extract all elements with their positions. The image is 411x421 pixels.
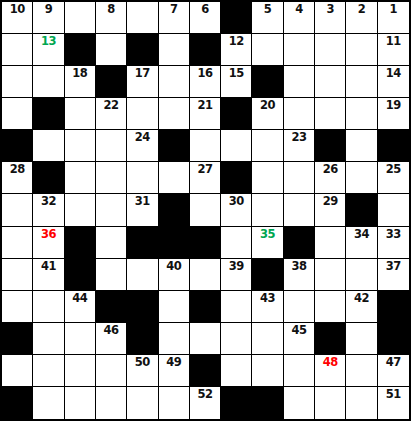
clue-number-14: 14 (378, 67, 409, 79)
clue-number-2: 2 (346, 3, 376, 15)
white-cell-r11c3[interactable] (65, 323, 96, 355)
white-cell-r12c6[interactable]: 49 (159, 355, 190, 387)
white-cell-r3c3[interactable]: 18 (65, 66, 96, 98)
white-cell-r5c7[interactable] (190, 130, 221, 162)
clue-number-44: 44 (65, 292, 95, 304)
white-cell-r2c2[interactable]: 13 (33, 34, 64, 66)
white-cell-r7c11[interactable]: 29 (315, 194, 346, 226)
white-cell-r12c5[interactable]: 50 (127, 355, 158, 387)
black-cell-r1c8 (221, 2, 252, 34)
white-cell-r6c3[interactable] (65, 162, 96, 194)
clue-number-30: 30 (221, 195, 251, 207)
white-cell-r3c10[interactable] (284, 66, 315, 98)
white-cell-r6c1[interactable]: 28 (2, 162, 33, 194)
white-cell-r4c11[interactable] (315, 98, 346, 130)
white-cell-r9c1[interactable] (2, 259, 33, 291)
white-cell-r1c3[interactable] (65, 2, 96, 34)
white-cell-r4c5[interactable] (127, 98, 158, 130)
white-cell-r2c12[interactable] (346, 34, 377, 66)
white-cell-r10c8[interactable] (221, 291, 252, 323)
white-cell-r13c11[interactable] (315, 387, 346, 419)
clue-number-4: 4 (284, 3, 314, 15)
clue-number-24: 24 (127, 131, 157, 143)
white-cell-r2c10[interactable] (284, 34, 315, 66)
white-cell-r8c9[interactable]: 35 (252, 227, 283, 259)
white-cell-r5c4[interactable] (96, 130, 127, 162)
white-cell-r1c6[interactable]: 7 (159, 2, 190, 34)
white-cell-r3c2[interactable] (33, 66, 64, 98)
white-cell-r11c12[interactable] (346, 323, 377, 355)
white-cell-r2c1[interactable] (2, 34, 33, 66)
black-cell-r13c1 (2, 387, 33, 419)
white-cell-r10c12[interactable]: 42 (346, 291, 377, 323)
white-cell-r3c11[interactable] (315, 66, 346, 98)
white-cell-r9c11[interactable] (315, 259, 346, 291)
white-cell-r10c6[interactable] (159, 291, 190, 323)
white-cell-r11c2[interactable] (33, 323, 64, 355)
black-cell-r4c8 (221, 98, 252, 130)
white-cell-r6c6[interactable] (159, 162, 190, 194)
white-cell-r2c11[interactable] (315, 34, 346, 66)
clue-number-35: 35 (252, 228, 282, 240)
white-cell-r4c4[interactable]: 22 (96, 98, 127, 130)
clue-number-37: 37 (378, 260, 409, 272)
white-cell-r1c13[interactable]: 1 (378, 2, 409, 34)
clue-number-18: 18 (65, 67, 95, 79)
white-cell-r13c6[interactable] (159, 387, 190, 419)
black-cell-r13c9 (252, 387, 283, 419)
white-cell-r5c12[interactable] (346, 130, 377, 162)
black-cell-r9c3 (65, 259, 96, 291)
clue-number-28: 28 (2, 163, 32, 175)
white-cell-r8c4[interactable] (96, 227, 127, 259)
white-cell-r13c7[interactable]: 52 (190, 387, 221, 419)
black-cell-r5c1 (2, 130, 33, 162)
white-cell-r13c2[interactable] (33, 387, 64, 419)
white-cell-r5c2[interactable] (33, 130, 64, 162)
white-cell-r8c2[interactable]: 36 (33, 227, 64, 259)
clue-number-49: 49 (159, 356, 189, 368)
white-cell-r6c7[interactable]: 27 (190, 162, 221, 194)
clue-number-22: 22 (96, 99, 126, 111)
black-cell-r8c6 (159, 227, 190, 259)
white-cell-r4c3[interactable] (65, 98, 96, 130)
white-cell-r5c10[interactable]: 23 (284, 130, 315, 162)
black-cell-r2c5 (127, 34, 158, 66)
clue-number-33: 33 (378, 228, 409, 240)
black-cell-r13c8 (221, 387, 252, 419)
white-cell-r6c11[interactable]: 26 (315, 162, 346, 194)
white-cell-r5c8[interactable] (221, 130, 252, 162)
black-cell-r5c11 (315, 130, 346, 162)
white-cell-r7c3[interactable] (65, 194, 96, 226)
white-cell-r9c10[interactable]: 38 (284, 259, 315, 291)
white-cell-r3c8[interactable]: 15 (221, 66, 252, 98)
clue-number-21: 21 (190, 99, 220, 111)
white-cell-r13c4[interactable] (96, 387, 127, 419)
clue-number-11: 11 (378, 35, 409, 47)
black-cell-r7c6 (159, 194, 190, 226)
black-cell-r8c10 (284, 227, 315, 259)
white-cell-r13c13[interactable]: 51 (378, 387, 409, 419)
white-cell-r7c2[interactable]: 32 (33, 194, 64, 226)
white-cell-r12c1[interactable] (2, 355, 33, 387)
black-cell-r8c3 (65, 227, 96, 259)
white-cell-r3c7[interactable]: 16 (190, 66, 221, 98)
white-cell-r12c8[interactable] (221, 355, 252, 387)
black-cell-r10c13 (378, 291, 409, 323)
white-cell-r3c1[interactable] (2, 66, 33, 98)
clue-number-9: 9 (33, 3, 63, 15)
white-cell-r10c11[interactable] (315, 291, 346, 323)
white-cell-r1c1[interactable]: 10 (2, 2, 33, 34)
white-cell-r8c11[interactable] (315, 227, 346, 259)
clue-number-26: 26 (315, 163, 345, 175)
white-cell-r10c2[interactable] (33, 291, 64, 323)
clue-number-39: 39 (221, 260, 251, 272)
clue-number-5: 5 (252, 3, 282, 15)
clue-number-19: 19 (378, 99, 409, 111)
clue-number-8: 8 (96, 3, 126, 15)
clue-number-16: 16 (190, 67, 220, 79)
clue-number-51: 51 (378, 388, 409, 400)
white-cell-r1c10[interactable]: 4 (284, 2, 315, 34)
white-cell-r9c2[interactable]: 41 (33, 259, 64, 291)
white-cell-r7c13[interactable] (378, 194, 409, 226)
white-cell-r10c1[interactable] (2, 291, 33, 323)
white-cell-r7c4[interactable] (96, 194, 127, 226)
black-cell-r2c7 (190, 34, 221, 66)
white-cell-r1c5[interactable] (127, 2, 158, 34)
white-cell-r9c8[interactable]: 39 (221, 259, 252, 291)
white-cell-r2c6[interactable] (159, 34, 190, 66)
clue-number-3: 3 (315, 3, 345, 15)
clue-number-20: 20 (252, 99, 282, 111)
black-cell-r11c13 (378, 323, 409, 355)
clue-number-32: 32 (33, 195, 63, 207)
white-cell-r12c11[interactable]: 48 (315, 355, 346, 387)
black-cell-r6c2 (33, 162, 64, 194)
white-cell-r9c13[interactable]: 37 (378, 259, 409, 291)
clue-number-45: 45 (284, 324, 314, 336)
white-cell-r1c12[interactable]: 2 (346, 2, 377, 34)
white-cell-r1c11[interactable]: 3 (315, 2, 346, 34)
clue-number-47: 47 (378, 356, 409, 368)
white-cell-r9c4[interactable] (96, 259, 127, 291)
white-cell-r13c12[interactable] (346, 387, 377, 419)
clue-number-38: 38 (284, 260, 314, 272)
black-cell-r8c5 (127, 227, 158, 259)
crossword-grid: 1098765432113121118171615142221201924232… (0, 0, 411, 421)
white-cell-r4c12[interactable] (346, 98, 377, 130)
clue-number-27: 27 (190, 163, 220, 175)
white-cell-r10c3[interactable]: 44 (65, 291, 96, 323)
white-cell-r5c3[interactable] (65, 130, 96, 162)
white-cell-r7c9[interactable] (252, 194, 283, 226)
clue-number-25: 25 (378, 163, 409, 175)
white-cell-r3c6[interactable] (159, 66, 190, 98)
clue-number-29: 29 (315, 195, 345, 207)
white-cell-r6c10[interactable] (284, 162, 315, 194)
clue-number-7: 7 (159, 3, 189, 15)
white-cell-r13c10[interactable] (284, 387, 315, 419)
white-cell-r6c12[interactable] (346, 162, 377, 194)
white-cell-r9c6[interactable]: 40 (159, 259, 190, 291)
clue-number-48: 48 (315, 356, 345, 368)
black-cell-r3c9 (252, 66, 283, 98)
white-cell-r12c10[interactable] (284, 355, 315, 387)
white-cell-r7c5[interactable]: 31 (127, 194, 158, 226)
white-cell-r9c5[interactable] (127, 259, 158, 291)
white-cell-r12c3[interactable] (65, 355, 96, 387)
white-cell-r12c2[interactable] (33, 355, 64, 387)
white-cell-r6c13[interactable]: 25 (378, 162, 409, 194)
black-cell-r5c6 (159, 130, 190, 162)
white-cell-r13c5[interactable] (127, 387, 158, 419)
clue-number-17: 17 (127, 67, 157, 79)
white-cell-r8c12[interactable]: 34 (346, 227, 377, 259)
white-cell-r12c4[interactable] (96, 355, 127, 387)
white-cell-r3c12[interactable] (346, 66, 377, 98)
white-cell-r4c7[interactable]: 21 (190, 98, 221, 130)
white-cell-r2c9[interactable] (252, 34, 283, 66)
black-cell-r4c2 (33, 98, 64, 130)
clue-number-40: 40 (159, 260, 189, 272)
clue-number-10: 10 (2, 3, 32, 15)
white-cell-r7c7[interactable] (190, 194, 221, 226)
black-cell-r10c5 (127, 291, 158, 323)
clue-number-12: 12 (221, 35, 251, 47)
white-cell-r11c10[interactable]: 45 (284, 323, 315, 355)
clue-number-41: 41 (33, 260, 63, 272)
white-cell-r6c9[interactable] (252, 162, 283, 194)
black-cell-r11c1 (2, 323, 33, 355)
white-cell-r9c7[interactable] (190, 259, 221, 291)
white-cell-r4c9[interactable]: 20 (252, 98, 283, 130)
white-cell-r8c8[interactable] (221, 227, 252, 259)
clue-number-31: 31 (127, 195, 157, 207)
black-cell-r2c3 (65, 34, 96, 66)
white-cell-r7c8[interactable]: 30 (221, 194, 252, 226)
white-cell-r13c3[interactable] (65, 387, 96, 419)
white-cell-r10c10[interactable] (284, 291, 315, 323)
clue-number-50: 50 (127, 356, 157, 368)
white-cell-r11c8[interactable] (221, 323, 252, 355)
black-cell-r12c7 (190, 355, 221, 387)
white-cell-r4c6[interactable] (159, 98, 190, 130)
white-cell-r4c1[interactable] (2, 98, 33, 130)
black-cell-r7c12 (346, 194, 377, 226)
clue-number-46: 46 (96, 324, 126, 336)
black-cell-r11c11 (315, 323, 346, 355)
black-cell-r6c8 (221, 162, 252, 194)
black-cell-r3c4 (96, 66, 127, 98)
clue-number-23: 23 (284, 131, 314, 143)
white-cell-r12c9[interactable] (252, 355, 283, 387)
white-cell-r7c10[interactable] (284, 194, 315, 226)
clue-number-1: 1 (378, 3, 409, 15)
white-cell-r11c6[interactable] (159, 323, 190, 355)
white-cell-r2c4[interactable] (96, 34, 127, 66)
black-cell-r11c5 (127, 323, 158, 355)
white-cell-r2c8[interactable]: 12 (221, 34, 252, 66)
white-cell-r1c4[interactable]: 8 (96, 2, 127, 34)
white-cell-r11c7[interactable] (190, 323, 221, 355)
clue-number-15: 15 (221, 67, 251, 79)
black-cell-r9c9 (252, 259, 283, 291)
clue-number-43: 43 (252, 292, 282, 304)
white-cell-r1c7[interactable]: 6 (190, 2, 221, 34)
black-cell-r5c13 (378, 130, 409, 162)
white-cell-r6c5[interactable] (127, 162, 158, 194)
clue-number-42: 42 (346, 292, 376, 304)
white-cell-r6c4[interactable] (96, 162, 127, 194)
white-cell-r4c10[interactable] (284, 98, 315, 130)
white-cell-r4c13[interactable]: 19 (378, 98, 409, 130)
white-cell-r12c12[interactable] (346, 355, 377, 387)
white-cell-r10c9[interactable]: 43 (252, 291, 283, 323)
white-cell-r1c2[interactable]: 9 (33, 2, 64, 34)
white-cell-r11c9[interactable] (252, 323, 283, 355)
white-cell-r5c9[interactable] (252, 130, 283, 162)
clue-number-52: 52 (190, 388, 220, 400)
clue-number-13: 13 (33, 35, 63, 47)
white-cell-r12c13[interactable]: 47 (378, 355, 409, 387)
white-cell-r11c4[interactable]: 46 (96, 323, 127, 355)
white-cell-r3c5[interactable]: 17 (127, 66, 158, 98)
white-cell-r1c9[interactable]: 5 (252, 2, 283, 34)
black-cell-r10c7 (190, 291, 221, 323)
white-cell-r8c1[interactable] (2, 227, 33, 259)
white-cell-r9c12[interactable] (346, 259, 377, 291)
clue-number-36: 36 (33, 228, 63, 240)
white-cell-r2c13[interactable]: 11 (378, 34, 409, 66)
white-cell-r3c13[interactable]: 14 (378, 66, 409, 98)
white-cell-r5c5[interactable]: 24 (127, 130, 158, 162)
white-cell-r8c13[interactable]: 33 (378, 227, 409, 259)
black-cell-r8c7 (190, 227, 221, 259)
black-cell-r10c4 (96, 291, 127, 323)
white-cell-r7c1[interactable] (2, 194, 33, 226)
clue-number-34: 34 (346, 228, 376, 240)
clue-number-6: 6 (190, 3, 220, 15)
